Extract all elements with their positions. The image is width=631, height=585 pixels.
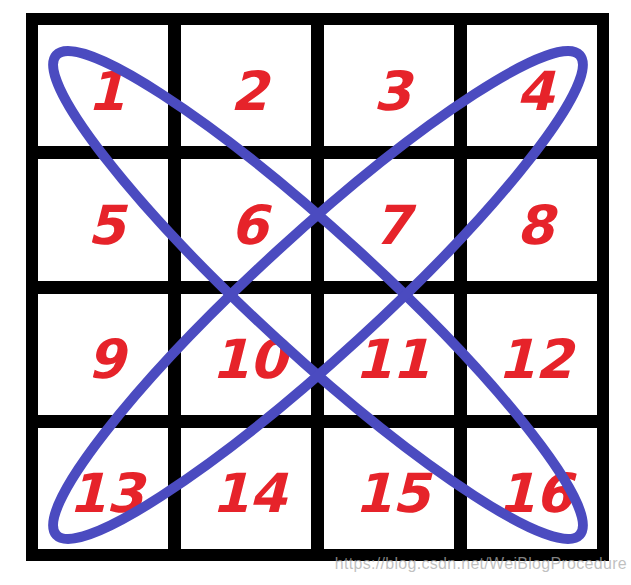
- cell-number: 14: [211, 467, 286, 521]
- cell-number: 13: [68, 467, 143, 521]
- cell-number: 4: [516, 65, 554, 119]
- cell-r2c1: 5: [38, 159, 168, 280]
- watermark-url: https://blog.csdn.net/WeiBlogProcedure: [335, 555, 627, 573]
- cell-number: 15: [354, 467, 429, 521]
- cell-r1c1: 1: [38, 25, 168, 146]
- cell-r2c3: 7: [324, 159, 454, 280]
- cell-number: 11: [354, 333, 429, 387]
- magic-square-board: 1 2 3 4 5 6 7 8 9 10 11 12 13 14 15 16: [26, 13, 609, 561]
- cell-r1c3: 3: [324, 25, 454, 146]
- cell-r3c4: 12: [467, 294, 597, 415]
- cell-r4c3: 15: [324, 428, 454, 549]
- magic-square-diagram: 1 2 3 4 5 6 7 8 9 10 11 12 13 14 15 16 h…: [0, 0, 631, 585]
- cell-number: 5: [87, 199, 125, 253]
- cell-number: 9: [87, 333, 125, 387]
- cell-number: 6: [230, 199, 268, 253]
- cell-number: 10: [211, 333, 286, 387]
- cell-r1c4: 4: [467, 25, 597, 146]
- cell-r1c2: 2: [181, 25, 311, 146]
- cell-r2c2: 6: [181, 159, 311, 280]
- cell-r3c2: 10: [181, 294, 311, 415]
- cell-number: 12: [497, 333, 572, 387]
- cell-number: 1: [87, 65, 125, 119]
- cell-r4c1: 13: [38, 428, 168, 549]
- cell-r4c4: 16: [467, 428, 597, 549]
- cell-number: 8: [516, 199, 554, 253]
- cell-number: 3: [373, 65, 411, 119]
- cell-number: 7: [373, 199, 411, 253]
- cell-r3c3: 11: [324, 294, 454, 415]
- cell-r2c4: 8: [467, 159, 597, 280]
- cell-r4c2: 14: [181, 428, 311, 549]
- cell-number: 2: [230, 65, 268, 119]
- cell-r3c1: 9: [38, 294, 168, 415]
- cell-number: 16: [497, 467, 572, 521]
